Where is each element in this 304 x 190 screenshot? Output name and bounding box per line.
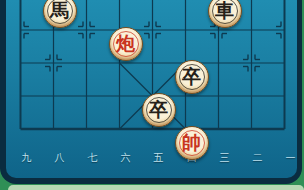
board-field: 九八七六五四三二一 車卒馬車炮卒卒帥 [6, 0, 297, 178]
piece-red-general[interactable]: 帥 [175, 126, 209, 160]
lower-panel-edge [8, 185, 304, 190]
piece-black-soldier[interactable]: 卒 [142, 93, 176, 127]
file-label-3: 三 [215, 152, 235, 164]
piece-character: 帥 [182, 133, 201, 152]
board-widget: 九八七六五四三二一 車卒馬車炮卒卒帥 [0, 0, 302, 184]
piece-character: 馬 [50, 1, 69, 20]
file-label-9: 九 [17, 152, 37, 164]
file-label-5: 五 [149, 152, 169, 164]
file-label-7: 七 [83, 152, 103, 164]
file-label-2: 二 [248, 152, 268, 164]
piece-character: 車 [215, 1, 234, 20]
piece-character: 卒 [182, 67, 201, 86]
piece-character: 炮 [116, 34, 135, 53]
piece-character: 卒 [149, 100, 168, 119]
file-label-6: 六 [116, 152, 136, 164]
piece-red-cannon[interactable]: 炮 [109, 27, 143, 61]
xiangqi-screenshot: 九八七六五四三二一 車卒馬車炮卒卒帥 [0, 0, 304, 190]
file-label-8: 八 [50, 152, 70, 164]
file-label-1: 一 [281, 152, 298, 164]
piece-black-soldier[interactable]: 卒 [175, 60, 209, 94]
